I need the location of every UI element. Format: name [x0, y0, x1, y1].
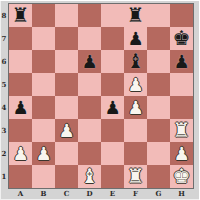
- square-e4[interactable]: ♟: [101, 96, 124, 119]
- rank-labels: 87654321: [0, 4, 8, 188]
- piece-white-pawn[interactable]: ♟: [127, 96, 143, 119]
- square-e1[interactable]: [101, 165, 124, 188]
- file-label-b: B: [32, 189, 55, 199]
- square-b5[interactable]: [32, 73, 55, 96]
- square-h6[interactable]: ♟: [170, 50, 193, 73]
- square-g3[interactable]: [147, 119, 170, 142]
- file-label-d: D: [78, 189, 101, 199]
- square-f6[interactable]: ♝: [124, 50, 147, 73]
- square-b3[interactable]: [32, 119, 55, 142]
- square-e3[interactable]: [101, 119, 124, 142]
- square-b7[interactable]: [32, 27, 55, 50]
- square-h8[interactable]: [170, 4, 193, 27]
- square-f7[interactable]: ♟: [124, 27, 147, 50]
- piece-black-pawn[interactable]: ♟: [173, 50, 189, 73]
- square-b6[interactable]: [32, 50, 55, 73]
- rank-label-1: 1: [0, 165, 8, 188]
- square-e2[interactable]: [101, 142, 124, 165]
- piece-white-pawn[interactable]: ♟: [173, 142, 189, 165]
- square-b1[interactable]: [32, 165, 55, 188]
- chess-board: ♜♜♟♚♟♝♟♟♟♟♟♟♜♟♟♟♝♜♚: [8, 3, 194, 189]
- piece-black-pawn[interactable]: ♟: [81, 50, 97, 73]
- square-d2[interactable]: [78, 142, 101, 165]
- piece-black-pawn[interactable]: ♟: [104, 96, 120, 119]
- piece-black-rook[interactable]: ♜: [127, 4, 145, 27]
- square-c4[interactable]: [55, 96, 78, 119]
- piece-white-bishop[interactable]: ♝: [81, 165, 99, 188]
- square-d6[interactable]: ♟: [78, 50, 101, 73]
- square-h2[interactable]: ♟: [170, 142, 193, 165]
- square-a8[interactable]: ♜: [9, 4, 32, 27]
- piece-black-king[interactable]: ♚: [173, 27, 191, 50]
- piece-white-pawn[interactable]: ♟: [12, 142, 28, 165]
- square-d1[interactable]: ♝: [78, 165, 101, 188]
- square-e8[interactable]: [101, 4, 124, 27]
- piece-black-rook[interactable]: ♜: [12, 4, 30, 27]
- file-label-c: C: [55, 189, 78, 199]
- file-label-h: H: [170, 189, 193, 199]
- square-g8[interactable]: [147, 4, 170, 27]
- square-a6[interactable]: [9, 50, 32, 73]
- square-f4[interactable]: ♟: [124, 96, 147, 119]
- piece-black-pawn[interactable]: ♟: [12, 96, 28, 119]
- square-b8[interactable]: [32, 4, 55, 27]
- square-e7[interactable]: [101, 27, 124, 50]
- square-h3[interactable]: ♜: [170, 119, 193, 142]
- piece-white-rook[interactable]: ♜: [173, 119, 191, 142]
- square-c2[interactable]: [55, 142, 78, 165]
- square-f1[interactable]: ♜: [124, 165, 147, 188]
- square-f5[interactable]: ♟: [124, 73, 147, 96]
- square-b2[interactable]: ♟: [32, 142, 55, 165]
- square-a3[interactable]: [9, 119, 32, 142]
- square-c1[interactable]: [55, 165, 78, 188]
- square-a2[interactable]: ♟: [9, 142, 32, 165]
- square-h7[interactable]: ♚: [170, 27, 193, 50]
- square-g4[interactable]: [147, 96, 170, 119]
- square-d3[interactable]: [78, 119, 101, 142]
- piece-white-pawn[interactable]: ♟: [58, 119, 74, 142]
- file-labels: ABCDEFGH: [9, 189, 193, 199]
- square-d7[interactable]: [78, 27, 101, 50]
- rank-label-2: 2: [0, 142, 8, 165]
- square-c6[interactable]: [55, 50, 78, 73]
- square-c7[interactable]: [55, 27, 78, 50]
- square-a7[interactable]: [9, 27, 32, 50]
- square-g7[interactable]: [147, 27, 170, 50]
- rank-label-6: 6: [0, 50, 8, 73]
- square-c5[interactable]: [55, 73, 78, 96]
- file-label-f: F: [124, 189, 147, 199]
- square-g6[interactable]: [147, 50, 170, 73]
- square-g2[interactable]: [147, 142, 170, 165]
- square-b4[interactable]: [32, 96, 55, 119]
- file-label-a: A: [9, 189, 32, 199]
- square-h1[interactable]: ♚: [170, 165, 193, 188]
- square-a1[interactable]: [9, 165, 32, 188]
- square-e5[interactable]: [101, 73, 124, 96]
- piece-black-pawn[interactable]: ♟: [127, 27, 143, 50]
- square-d8[interactable]: [78, 4, 101, 27]
- square-d5[interactable]: [78, 73, 101, 96]
- piece-white-pawn[interactable]: ♟: [127, 73, 143, 96]
- piece-white-king[interactable]: ♚: [173, 165, 191, 188]
- square-g1[interactable]: [147, 165, 170, 188]
- square-g5[interactable]: [147, 73, 170, 96]
- rank-label-3: 3: [0, 119, 8, 142]
- square-f3[interactable]: [124, 119, 147, 142]
- square-f2[interactable]: [124, 142, 147, 165]
- square-d4[interactable]: [78, 96, 101, 119]
- square-e6[interactable]: [101, 50, 124, 73]
- square-f8[interactable]: ♜: [124, 4, 147, 27]
- rank-label-4: 4: [0, 96, 8, 119]
- file-label-e: E: [101, 189, 124, 199]
- rank-label-7: 7: [0, 27, 8, 50]
- piece-black-bishop[interactable]: ♝: [127, 50, 145, 73]
- rank-label-5: 5: [0, 73, 8, 96]
- piece-white-pawn[interactable]: ♟: [35, 142, 51, 165]
- square-c3[interactable]: ♟: [55, 119, 78, 142]
- square-a5[interactable]: [9, 73, 32, 96]
- square-h5[interactable]: [170, 73, 193, 96]
- file-label-g: G: [147, 189, 170, 199]
- piece-white-rook[interactable]: ♜: [127, 165, 145, 188]
- rank-label-8: 8: [0, 4, 8, 27]
- square-c8[interactable]: [55, 4, 78, 27]
- square-a4[interactable]: ♟: [9, 96, 32, 119]
- chess-gui-window: ♜♜♟♚♟♝♟♟♟♟♟♟♜♟♟♟♝♜♚ 87654321 ABCDEFGH: [0, 0, 200, 200]
- square-h4[interactable]: [170, 96, 193, 119]
